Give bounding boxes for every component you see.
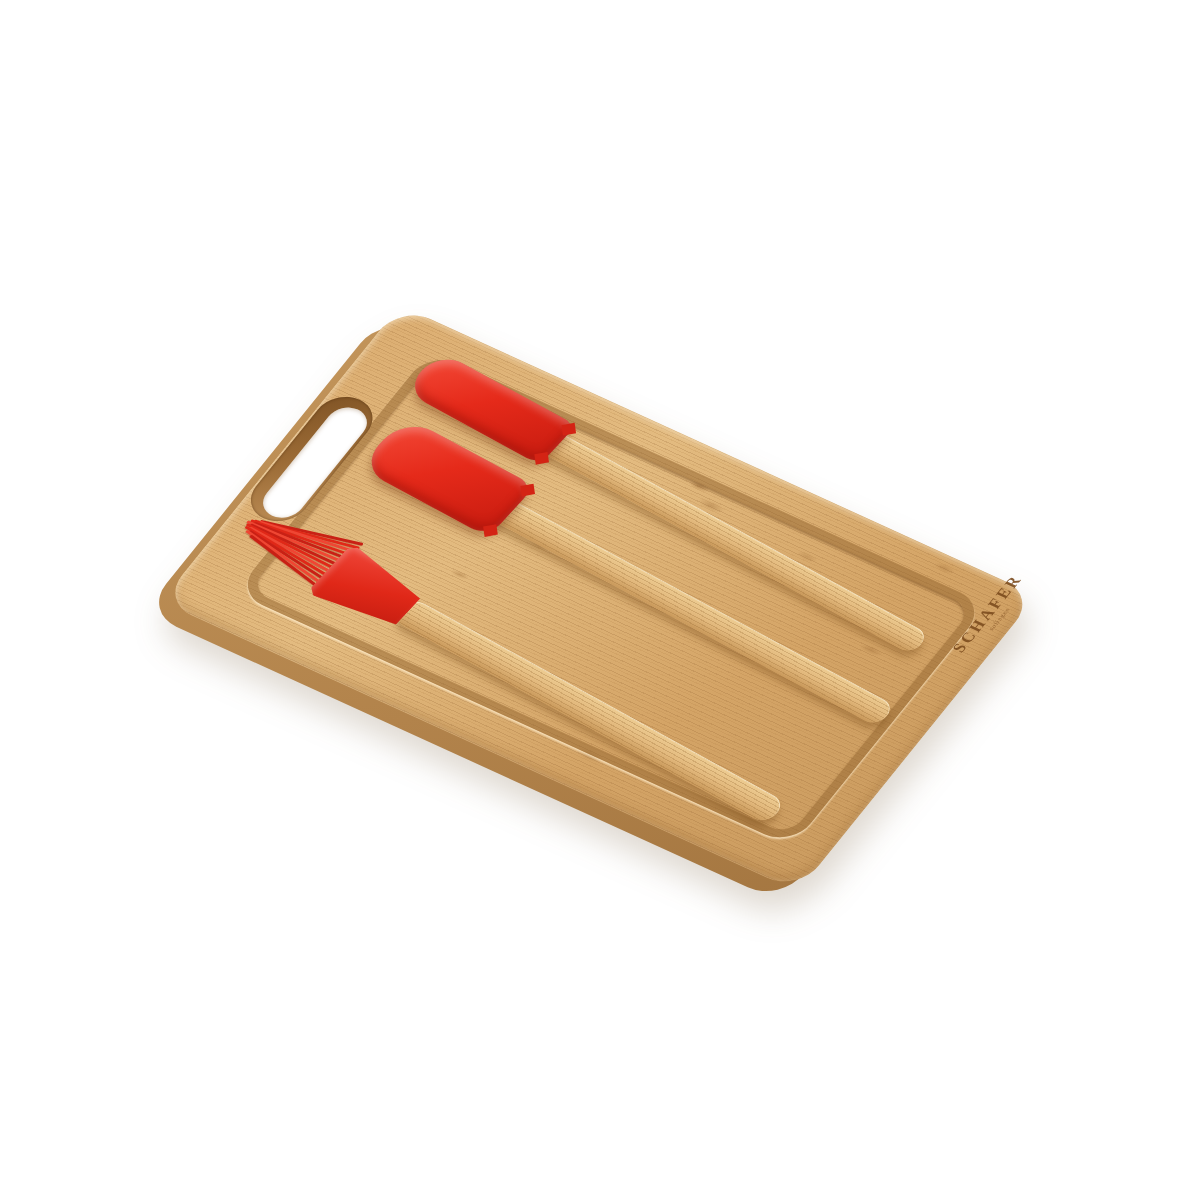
- cutting-board: SCHAFER solingen: [161, 305, 1037, 892]
- product-photo: SCHAFER solingen: [0, 0, 1180, 1180]
- photo-backdrop: SCHAFER solingen: [0, 0, 1180, 1180]
